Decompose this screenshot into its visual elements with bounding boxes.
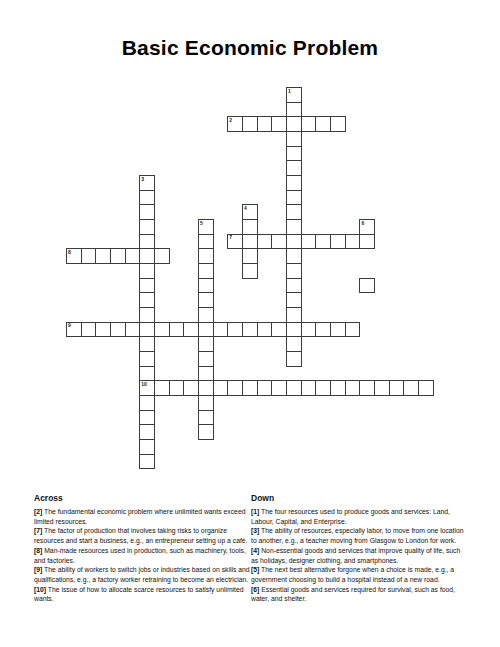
clue-item-number: [3] [251, 527, 259, 534]
grid-cell [257, 380, 273, 396]
clue-number: 5 [200, 221, 203, 226]
grid-cell [198, 410, 214, 426]
grid-cell [95, 248, 111, 264]
grid-cell [286, 190, 302, 206]
grid-cell [301, 380, 317, 396]
clue-item: [7] The factor of production that involv… [34, 526, 251, 545]
grid-cell [198, 424, 214, 440]
grid-cell [154, 248, 170, 264]
grid-cell [271, 380, 287, 396]
clue-number: 8 [68, 250, 71, 255]
grid-cell [169, 380, 185, 396]
grid-cell [301, 322, 317, 338]
grid-cell [227, 322, 243, 338]
clue-item-number: [7] [34, 527, 42, 534]
grid-cell [183, 380, 199, 396]
grid-cell [139, 190, 155, 206]
grid-cell [286, 278, 302, 294]
grid-cell [110, 248, 126, 264]
grid-cell [286, 175, 302, 191]
grid-cell [154, 322, 170, 338]
grid-cell [139, 395, 155, 411]
grid-cell [110, 322, 126, 338]
clue-item: [3] The ability of resources, especially… [251, 526, 468, 545]
grid-cell [271, 116, 287, 132]
grid-cell [227, 380, 243, 396]
puzzle-title: Basic Economic Problem [0, 36, 500, 60]
grid-cell [286, 248, 302, 264]
grid-cell [139, 292, 155, 308]
grid-cell: 3 [139, 175, 155, 191]
grid-cell [286, 322, 302, 338]
grid-cell [301, 234, 317, 250]
grid-cell [242, 380, 258, 396]
grid-cell [257, 234, 273, 250]
across-clue-list: [2] The fundamental economic problem whe… [34, 507, 251, 604]
grid-cell [198, 263, 214, 279]
grid-cell: 4 [242, 204, 258, 220]
clue-item: [1] The four resources used to produce g… [251, 507, 468, 526]
grid-cell [139, 307, 155, 323]
clue-item: [2] The fundamental economic problem whe… [34, 507, 251, 526]
grid-cell [125, 322, 141, 338]
grid-cell [213, 380, 229, 396]
grid-cell: 10 [139, 380, 155, 396]
grid-cell [139, 424, 155, 440]
grid-cell [198, 366, 214, 382]
grid-cell: 1 [286, 87, 302, 103]
grid-cell [301, 116, 317, 132]
grid-cell [198, 248, 214, 264]
grid-cell [330, 322, 346, 338]
grid-cell [374, 380, 390, 396]
clue-number: 2 [229, 118, 232, 123]
grid-cell [198, 322, 214, 338]
grid-cell [330, 380, 346, 396]
grid-cell [242, 219, 258, 235]
grid-cell [125, 248, 141, 264]
grid-cell [183, 322, 199, 338]
clue-number: 7 [229, 235, 232, 240]
grid-cell [345, 380, 361, 396]
grid-cell [198, 234, 214, 250]
grid-cell [359, 278, 375, 294]
clue-item-number: [8] [34, 547, 42, 554]
grid-cell [139, 248, 155, 264]
grid-cell [345, 234, 361, 250]
clue-number: 3 [141, 177, 144, 182]
grid-cell [139, 322, 155, 338]
grid-cell [286, 307, 302, 323]
clue-item-number: [1] [251, 508, 259, 515]
grid-cell [286, 351, 302, 367]
grid-cell [330, 234, 346, 250]
grid-cell [315, 116, 331, 132]
grid-cell [139, 410, 155, 426]
grid-cell [95, 322, 111, 338]
grid-cell [154, 380, 170, 396]
grid-cell [286, 146, 302, 162]
clue-item: [4] Non-essential goods and services tha… [251, 546, 468, 565]
grid-cell [242, 248, 258, 264]
clue-item-number: [10] [34, 586, 46, 593]
grid-cell [139, 366, 155, 382]
grid-cell [359, 380, 375, 396]
clue-item-number: [6] [251, 586, 259, 593]
across-header: Across [34, 493, 251, 503]
grid-cell [139, 263, 155, 279]
crossword-board: 12345678910 [66, 87, 435, 471]
grid-cell [198, 307, 214, 323]
down-clue-list: [1] The four resources used to produce g… [251, 507, 468, 604]
grid-cell: 2 [227, 116, 243, 132]
grid-cell [389, 380, 405, 396]
clue-number: 6 [361, 221, 364, 226]
grid-cell [242, 234, 258, 250]
clue-item: [8] Man-made resources used in productio… [34, 546, 251, 565]
grid-cell [139, 336, 155, 352]
clue-item-number: [9] [34, 566, 42, 573]
grid-cell [139, 219, 155, 235]
grid-cell [286, 234, 302, 250]
grid-cell [315, 380, 331, 396]
grid-cell [286, 160, 302, 176]
grid-cell [286, 292, 302, 308]
clue-number: 9 [68, 323, 71, 328]
grid-cell [198, 395, 214, 411]
grid-cell [198, 380, 214, 396]
grid-cell [139, 351, 155, 367]
across-clues-section: Across [2] The fundamental economic prob… [34, 493, 251, 604]
clue-item: [10] The issue of how to allocate scarce… [34, 585, 251, 604]
grid-cell [271, 234, 287, 250]
grid-cell [286, 204, 302, 220]
clue-item: [6] Essential goods and services require… [251, 585, 468, 604]
grid-cell [139, 439, 155, 455]
grid-cell [242, 116, 258, 132]
grid-cell [257, 116, 273, 132]
grid-cell [345, 322, 361, 338]
grid-cell [286, 116, 302, 132]
grid-cell [315, 234, 331, 250]
grid-cell [81, 248, 97, 264]
grid-cell [286, 380, 302, 396]
grid-cell [198, 292, 214, 308]
down-header: Down [251, 493, 468, 503]
grid-cell [198, 336, 214, 352]
grid-cell [81, 322, 97, 338]
grid-cell [286, 336, 302, 352]
grid-cell [359, 234, 375, 250]
grid-cell [139, 204, 155, 220]
clue-item: [9] The ability of workers to switch job… [34, 565, 251, 584]
grid-cell [242, 263, 258, 279]
grid-cell: 8 [66, 248, 82, 264]
clue-number: 4 [244, 206, 247, 211]
grid-cell [169, 322, 185, 338]
grid-cell: 6 [359, 219, 375, 235]
grid-cell [286, 219, 302, 235]
grid-cell [286, 131, 302, 147]
grid-cell [198, 278, 214, 294]
grid-cell: 7 [227, 234, 243, 250]
grid-cell [139, 454, 155, 470]
grid-cell [315, 322, 331, 338]
clue-item-number: [5] [251, 566, 259, 573]
clue-item: [5] The next best alternative forgone wh… [251, 565, 468, 584]
grid-cell [213, 322, 229, 338]
grid-cell [330, 116, 346, 132]
grid-cell [139, 278, 155, 294]
grid-cell [242, 322, 258, 338]
grid-cell [198, 351, 214, 367]
clue-item-number: [4] [251, 547, 259, 554]
clue-number: 1 [288, 89, 291, 94]
grid-cell: 5 [198, 219, 214, 235]
grid-cell [139, 234, 155, 250]
grid-cell [271, 322, 287, 338]
grid-cell [418, 380, 434, 396]
grid-cell [286, 102, 302, 118]
clue-number: 10 [141, 382, 147, 387]
grid-cell [257, 322, 273, 338]
down-clues-section: Down [1] The four resources used to prod… [251, 493, 468, 604]
grid-cell [403, 380, 419, 396]
grid-cell: 9 [66, 322, 82, 338]
grid-cell [286, 263, 302, 279]
clue-item-number: [2] [34, 508, 42, 515]
